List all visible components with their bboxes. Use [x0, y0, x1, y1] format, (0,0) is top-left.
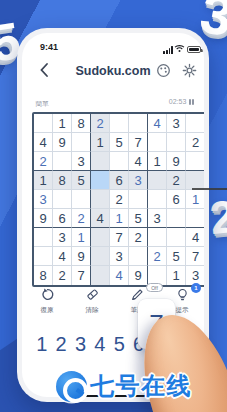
watermark-text: 七号在线	[90, 370, 192, 402]
cell-r1c5[interactable]	[110, 114, 129, 133]
cell-r1c2[interactable]: 1	[53, 114, 72, 133]
cell-r1c6[interactable]	[129, 114, 148, 133]
cell-r4c8[interactable]: 2	[167, 171, 186, 190]
cell-r5c6[interactable]	[129, 190, 148, 209]
numpad-5[interactable]: 5	[110, 332, 129, 356]
cell-r1c3[interactable]: 8	[72, 114, 91, 133]
cell-r2c9[interactable]: 2	[186, 133, 204, 152]
cell-r7c3[interactable]: 1	[72, 228, 91, 247]
cell-r7c1[interactable]	[34, 228, 53, 247]
cell-r1c9[interactable]	[186, 114, 204, 133]
numpad-3[interactable]: 3	[71, 332, 90, 356]
undo-label: 復原	[28, 306, 66, 315]
difficulty-label[interactable]: 簡單	[35, 99, 49, 109]
cell-r8c3[interactable]: 9	[72, 247, 91, 266]
cell-r4c2[interactable]: 8	[53, 171, 72, 190]
watermark-logo-icon	[56, 371, 87, 402]
cell-r1c7[interactable]: 4	[148, 114, 167, 133]
cell-r3c3[interactable]: 3	[72, 152, 91, 171]
cell-r8c7[interactable]: 2	[148, 247, 167, 266]
watermark: 七号在线	[56, 370, 192, 402]
cell-r2c1[interactable]: 4	[34, 133, 53, 152]
cell-r9c3[interactable]: 7	[72, 266, 91, 285]
cell-r4c4[interactable]	[91, 171, 110, 190]
cell-r6c4[interactable]: 4	[91, 209, 110, 228]
cell-r2c8[interactable]	[167, 133, 186, 152]
undo-icon	[40, 287, 55, 302]
action-bar: 復原 清除 筆記	[22, 285, 204, 319]
back-icon[interactable]	[38, 62, 52, 78]
cell-r7c4[interactable]	[91, 228, 110, 247]
undo-button[interactable]: 復原	[28, 285, 66, 319]
signal-icon	[163, 46, 173, 54]
cell-r4c1[interactable]: 1	[34, 171, 53, 190]
cell-r4c3[interactable]: 5	[72, 171, 91, 190]
cell-r3c8[interactable]: 9	[167, 152, 186, 171]
cell-r2c5[interactable]: 5	[110, 133, 129, 152]
cell-r9c2[interactable]: 2	[53, 266, 72, 285]
cell-r7c8[interactable]	[167, 228, 186, 247]
numpad-4[interactable]: 4	[90, 332, 109, 356]
cell-r6c9[interactable]	[186, 209, 204, 228]
cell-r4c6[interactable]: 3	[129, 171, 148, 190]
decor-line	[192, 188, 227, 190]
screenshot-stage: 5 3 2 9:41 Sudoku.com	[0, 0, 227, 412]
cell-r9c4[interactable]	[91, 266, 110, 285]
erase-label: 清除	[73, 306, 111, 315]
cell-r7c5[interactable]: 7	[110, 228, 129, 247]
cell-r9c6[interactable]: 9	[129, 266, 148, 285]
cell-r4c5[interactable]: 6	[110, 171, 129, 190]
sudoku-grid: 1824349157223419185632326196241533172449…	[32, 112, 204, 287]
cell-r3c4[interactable]	[91, 152, 110, 171]
cell-r6c8[interactable]	[167, 209, 186, 228]
notes-off-badge: Off	[146, 283, 163, 292]
cell-r2c2[interactable]: 9	[53, 133, 72, 152]
cell-r1c8[interactable]: 3	[167, 114, 186, 133]
cell-r6c7[interactable]: 3	[148, 209, 167, 228]
cell-r2c3[interactable]	[72, 133, 91, 152]
cell-r9c5[interactable]: 4	[110, 266, 129, 285]
wifi-icon	[174, 44, 185, 53]
cell-r9c8[interactable]: 1	[167, 266, 186, 285]
erase-button[interactable]: 清除	[73, 285, 111, 319]
cell-r3c7[interactable]: 1	[148, 152, 167, 171]
cell-r5c2[interactable]	[53, 190, 72, 209]
cell-r3c5[interactable]	[110, 152, 129, 171]
cell-r5c9[interactable]: 1	[186, 190, 204, 209]
cell-r6c2[interactable]: 6	[53, 209, 72, 228]
cell-r1c4[interactable]: 2	[91, 114, 110, 133]
cell-r7c6[interactable]: 2	[129, 228, 148, 247]
cell-r1c1[interactable]	[34, 114, 53, 133]
cell-r8c2[interactable]: 4	[53, 247, 72, 266]
eraser-icon	[85, 287, 100, 302]
cell-r3c1[interactable]: 2	[34, 152, 53, 171]
cell-r7c2[interactable]: 3	[53, 228, 72, 247]
timer-box: 02:53	[169, 98, 194, 105]
cell-r8c9[interactable]: 7	[186, 247, 204, 266]
settings-gear-icon[interactable]	[182, 63, 197, 78]
page-title: Sudoku.com	[62, 64, 164, 78]
theme-palette-icon[interactable]	[156, 63, 171, 78]
cell-r9c1[interactable]: 8	[34, 266, 53, 285]
cell-r8c1[interactable]	[34, 247, 53, 266]
hint-count-badge: 1	[191, 283, 201, 293]
cell-r8c8[interactable]: 5	[167, 247, 186, 266]
cell-r5c3[interactable]	[72, 190, 91, 209]
status-time: 9:41	[40, 42, 58, 52]
numpad-2[interactable]: 2	[51, 332, 70, 356]
decor-number-2: 2	[208, 193, 227, 241]
cell-r4c7[interactable]	[148, 171, 167, 190]
cell-r7c7[interactable]	[148, 228, 167, 247]
timer-value: 02:53	[169, 98, 187, 105]
pause-icon[interactable]	[189, 99, 194, 105]
cell-r8c4[interactable]	[91, 247, 110, 266]
cell-r6c1[interactable]: 9	[34, 209, 53, 228]
cell-r7c9[interactable]: 4	[186, 228, 204, 247]
numpad-1[interactable]: 1	[32, 332, 51, 356]
cell-r3c9[interactable]	[186, 152, 204, 171]
cell-r5c7[interactable]	[148, 190, 167, 209]
cell-r5c4[interactable]	[91, 190, 110, 209]
cell-r2c7[interactable]	[148, 133, 167, 152]
cell-r3c2[interactable]	[53, 152, 72, 171]
cell-r5c8[interactable]: 6	[167, 190, 186, 209]
cell-r2c4[interactable]: 1	[91, 133, 110, 152]
cell-r8c5[interactable]: 3	[110, 247, 129, 266]
cell-r3c6[interactable]: 4	[129, 152, 148, 171]
cell-r2c6[interactable]: 7	[129, 133, 148, 152]
cell-r5c5[interactable]: 2	[110, 190, 129, 209]
battery-icon	[187, 46, 201, 53]
cell-r6c5[interactable]: 1	[110, 209, 129, 228]
cell-r5c1[interactable]: 3	[34, 190, 53, 209]
cell-r8c6[interactable]	[129, 247, 148, 266]
cell-r6c6[interactable]: 5	[129, 209, 148, 228]
cell-r6c3[interactable]: 2	[72, 209, 91, 228]
hint-bulb-icon	[175, 287, 190, 302]
